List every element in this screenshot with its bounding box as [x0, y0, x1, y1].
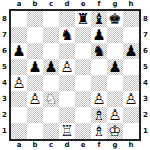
square-d2[interactable]: [59, 107, 75, 123]
white-pawn-piece[interactable]: ♙: [91, 91, 107, 107]
square-h5[interactable]: [123, 59, 139, 75]
black-pawn-piece[interactable]: ♟: [27, 59, 43, 75]
white-pawn-piece[interactable]: ♙: [59, 59, 75, 75]
square-e4[interactable]: [75, 75, 91, 91]
square-d7[interactable]: ♞: [59, 27, 75, 43]
square-a7[interactable]: [11, 27, 27, 43]
rank-label-7: 7: [141, 27, 150, 43]
square-a5[interactable]: [11, 59, 27, 75]
square-c1[interactable]: [43, 123, 59, 139]
square-d6[interactable]: [59, 43, 75, 59]
black-pawn-piece[interactable]: ♟: [107, 59, 123, 75]
square-b2[interactable]: [27, 107, 43, 123]
white-rook-piece-fill: ♜: [59, 123, 75, 139]
rank-label-5: 5: [0, 59, 9, 75]
black-bishop-piece[interactable]: ♝: [91, 11, 107, 27]
square-e3[interactable]: [75, 91, 91, 107]
square-h8[interactable]: [123, 11, 139, 27]
rank-label-6: 6: [0, 43, 9, 59]
square-d4[interactable]: [59, 75, 75, 91]
white-knight-piece-fill: ♞: [43, 91, 59, 107]
rank-label-5: 5: [141, 59, 150, 75]
rank-label-3: 3: [0, 91, 9, 107]
white-pawn-piece[interactable]: ♙: [123, 91, 139, 107]
square-f7[interactable]: ♟: [91, 27, 107, 43]
white-pawn-piece-fill: ♟: [11, 75, 27, 91]
white-knight-piece[interactable]: ♘: [43, 91, 59, 107]
file-label-b: b: [27, 0, 43, 9]
rank-labels-left: 87654321: [0, 11, 9, 139]
square-e5[interactable]: [75, 59, 91, 75]
chess-diagram: abcdefgh 87654321 ♜♝♚♞♟♟♞♟♟♟♟♙♟♟♙♟♙♞♘♟♙♟…: [0, 0, 150, 150]
file-label-f: f: [91, 0, 107, 9]
square-b6[interactable]: [27, 43, 43, 59]
black-rook-piece[interactable]: ♜: [75, 11, 91, 27]
square-g6[interactable]: [107, 43, 123, 59]
square-e8[interactable]: ♜: [75, 11, 91, 27]
square-b7[interactable]: [27, 27, 43, 43]
square-g2[interactable]: ♟♙: [107, 107, 123, 123]
black-pawn-piece[interactable]: ♟: [11, 43, 27, 59]
file-label-g: g: [107, 0, 123, 9]
rank-labels-right: 87654321: [141, 11, 150, 139]
square-c5[interactable]: ♟: [43, 59, 59, 75]
square-f5[interactable]: [91, 59, 107, 75]
white-pawn-piece-fill: ♟: [91, 91, 107, 107]
white-king-piece-fill: ♚: [107, 123, 123, 139]
white-pawn-piece-fill: ♟: [123, 91, 139, 107]
square-a4[interactable]: ♟♙: [11, 75, 27, 91]
rank-label-7: 7: [0, 27, 9, 43]
white-bishop-piece-fill: ♝: [91, 107, 107, 123]
rank-label-4: 4: [0, 75, 9, 91]
square-h4[interactable]: [123, 75, 139, 91]
square-f4[interactable]: [91, 75, 107, 91]
black-pawn-piece[interactable]: ♟: [43, 59, 59, 75]
black-pawn-piece[interactable]: ♟: [123, 43, 139, 59]
file-label-f: f: [91, 141, 107, 150]
file-label-d: d: [59, 141, 75, 150]
square-g7[interactable]: [107, 27, 123, 43]
square-f8[interactable]: ♝: [91, 11, 107, 27]
file-label-e: e: [75, 0, 91, 9]
square-h1[interactable]: [123, 123, 139, 139]
file-label-c: c: [43, 141, 59, 150]
file-label-d: d: [59, 0, 75, 9]
file-label-e: e: [75, 141, 91, 150]
rank-label-2: 2: [0, 107, 9, 123]
square-f1[interactable]: ♝♗: [91, 123, 107, 139]
square-c4[interactable]: [43, 75, 59, 91]
white-king-piece[interactable]: ♔: [107, 123, 123, 139]
rank-label-3: 3: [141, 91, 150, 107]
square-e1[interactable]: [75, 123, 91, 139]
file-label-g: g: [107, 141, 123, 150]
white-pawn-piece[interactable]: ♙: [11, 75, 27, 91]
white-pawn-piece-fill: ♟: [107, 107, 123, 123]
square-d1[interactable]: ♜♖: [59, 123, 75, 139]
file-label-h: h: [123, 0, 139, 9]
white-pawn-piece-fill: ♟: [59, 59, 75, 75]
square-b5[interactable]: ♟: [27, 59, 43, 75]
rank-label-4: 4: [141, 75, 150, 91]
rank-label-6: 6: [141, 43, 150, 59]
square-g3[interactable]: [107, 91, 123, 107]
file-label-a: a: [11, 0, 27, 9]
black-king-piece[interactable]: ♚: [107, 11, 123, 27]
square-b4[interactable]: [27, 75, 43, 91]
rank-label-2: 2: [141, 107, 150, 123]
square-f3[interactable]: ♟♙: [91, 91, 107, 107]
square-c8[interactable]: [43, 11, 59, 27]
square-h3[interactable]: ♟♙: [123, 91, 139, 107]
black-pawn-piece[interactable]: ♟: [91, 27, 107, 43]
white-pawn-piece-fill: ♟: [27, 91, 43, 107]
rank-label-8: 8: [141, 11, 150, 27]
square-b3[interactable]: ♟♙: [27, 91, 43, 107]
square-g8[interactable]: ♚: [107, 11, 123, 27]
rank-label-1: 1: [0, 123, 9, 139]
square-a2[interactable]: [11, 107, 27, 123]
square-c7[interactable]: [43, 27, 59, 43]
square-f6[interactable]: ♞: [91, 43, 107, 59]
square-f2[interactable]: ♝♗: [91, 107, 107, 123]
square-c6[interactable]: [43, 43, 59, 59]
square-h7[interactable]: [123, 27, 139, 43]
square-g5[interactable]: ♟: [107, 59, 123, 75]
board: ♜♝♚♞♟♟♞♟♟♟♟♙♟♟♙♟♙♞♘♟♙♟♙♝♗♟♙♜♖♝♗♚♔: [9, 9, 141, 141]
square-a6[interactable]: ♟: [11, 43, 27, 59]
square-a8[interactable]: [11, 11, 27, 27]
square-b8[interactable]: [27, 11, 43, 27]
file-label-a: a: [11, 141, 27, 150]
white-bishop-piece[interactable]: ♗: [91, 107, 107, 123]
square-c2[interactable]: [43, 107, 59, 123]
square-d8[interactable]: [59, 11, 75, 27]
square-h6[interactable]: ♟: [123, 43, 139, 59]
file-labels-bottom: abcdefgh: [11, 141, 139, 150]
white-pawn-piece[interactable]: ♙: [27, 91, 43, 107]
white-bishop-piece[interactable]: ♗: [91, 123, 107, 139]
square-a3[interactable]: [11, 91, 27, 107]
square-e6[interactable]: [75, 43, 91, 59]
rank-label-1: 1: [141, 123, 150, 139]
square-b1[interactable]: [27, 123, 43, 139]
rank-label-8: 8: [0, 11, 9, 27]
file-label-c: c: [43, 0, 59, 9]
square-g1[interactable]: ♚♔: [107, 123, 123, 139]
file-label-b: b: [27, 141, 43, 150]
square-h2[interactable]: [123, 107, 139, 123]
file-labels-top: abcdefgh: [11, 0, 139, 9]
black-knight-piece[interactable]: ♞: [59, 27, 75, 43]
square-c3[interactable]: ♞♘: [43, 91, 59, 107]
white-bishop-piece-fill: ♝: [91, 123, 107, 139]
square-d3[interactable]: [59, 91, 75, 107]
square-d5[interactable]: ♟♙: [59, 59, 75, 75]
black-knight-piece[interactable]: ♞: [91, 43, 107, 59]
file-label-h: h: [123, 141, 139, 150]
square-a1[interactable]: [11, 123, 27, 139]
square-g4[interactable]: [107, 75, 123, 91]
square-e2[interactable]: [75, 107, 91, 123]
white-rook-piece[interactable]: ♖: [59, 123, 75, 139]
square-e7[interactable]: [75, 27, 91, 43]
white-pawn-piece[interactable]: ♙: [107, 107, 123, 123]
